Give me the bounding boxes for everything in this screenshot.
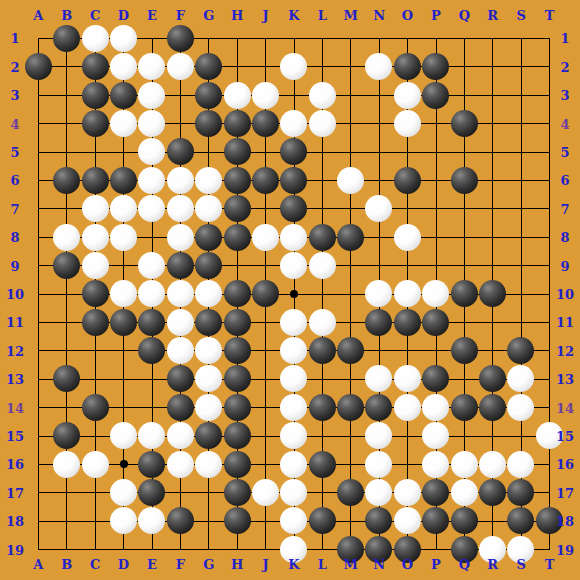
intersection[interactable] bbox=[308, 280, 336, 308]
intersection[interactable] bbox=[52, 393, 80, 421]
intersection[interactable] bbox=[166, 109, 194, 137]
intersection[interactable] bbox=[24, 81, 52, 109]
intersection[interactable] bbox=[365, 194, 393, 222]
intersection[interactable] bbox=[507, 52, 535, 80]
intersection[interactable] bbox=[336, 223, 364, 251]
intersection[interactable] bbox=[194, 280, 222, 308]
intersection[interactable] bbox=[24, 109, 52, 137]
intersection[interactable] bbox=[223, 365, 251, 393]
intersection[interactable] bbox=[138, 422, 166, 450]
intersection[interactable] bbox=[308, 308, 336, 336]
intersection[interactable] bbox=[138, 336, 166, 364]
intersection[interactable] bbox=[422, 422, 450, 450]
intersection[interactable] bbox=[450, 109, 478, 137]
intersection[interactable] bbox=[194, 422, 222, 450]
intersection[interactable] bbox=[194, 24, 222, 52]
intersection[interactable] bbox=[422, 336, 450, 364]
intersection[interactable] bbox=[223, 81, 251, 109]
intersection[interactable] bbox=[422, 280, 450, 308]
intersection[interactable] bbox=[138, 450, 166, 478]
intersection[interactable] bbox=[308, 138, 336, 166]
intersection[interactable] bbox=[166, 251, 194, 279]
intersection[interactable] bbox=[308, 251, 336, 279]
intersection[interactable] bbox=[24, 166, 52, 194]
intersection[interactable] bbox=[138, 223, 166, 251]
intersection[interactable] bbox=[422, 24, 450, 52]
intersection[interactable] bbox=[223, 166, 251, 194]
intersection[interactable] bbox=[223, 109, 251, 137]
intersection[interactable] bbox=[308, 223, 336, 251]
intersection[interactable] bbox=[24, 24, 52, 52]
intersection[interactable] bbox=[223, 507, 251, 535]
intersection[interactable] bbox=[393, 422, 421, 450]
intersection[interactable] bbox=[450, 280, 478, 308]
intersection[interactable] bbox=[251, 336, 279, 364]
intersection[interactable] bbox=[365, 422, 393, 450]
intersection[interactable] bbox=[507, 223, 535, 251]
intersection[interactable] bbox=[422, 450, 450, 478]
intersection[interactable] bbox=[422, 166, 450, 194]
intersection[interactable] bbox=[478, 450, 506, 478]
intersection[interactable] bbox=[422, 52, 450, 80]
intersection[interactable] bbox=[223, 223, 251, 251]
intersection[interactable] bbox=[365, 308, 393, 336]
intersection[interactable] bbox=[393, 81, 421, 109]
intersection[interactable] bbox=[280, 336, 308, 364]
intersection[interactable] bbox=[336, 365, 364, 393]
intersection[interactable] bbox=[393, 308, 421, 336]
intersection[interactable] bbox=[251, 280, 279, 308]
intersection[interactable] bbox=[336, 280, 364, 308]
intersection[interactable] bbox=[280, 251, 308, 279]
intersection[interactable] bbox=[507, 166, 535, 194]
intersection[interactable] bbox=[450, 166, 478, 194]
intersection[interactable] bbox=[138, 24, 166, 52]
intersection[interactable] bbox=[223, 450, 251, 478]
intersection[interactable] bbox=[24, 280, 52, 308]
intersection[interactable] bbox=[478, 81, 506, 109]
intersection[interactable] bbox=[308, 336, 336, 364]
intersection[interactable] bbox=[251, 450, 279, 478]
intersection[interactable] bbox=[535, 166, 563, 194]
intersection[interactable] bbox=[280, 478, 308, 506]
intersection[interactable] bbox=[336, 507, 364, 535]
intersection[interactable] bbox=[251, 478, 279, 506]
intersection[interactable] bbox=[450, 194, 478, 222]
intersection[interactable] bbox=[251, 393, 279, 421]
intersection[interactable] bbox=[194, 223, 222, 251]
intersection[interactable] bbox=[422, 507, 450, 535]
intersection[interactable] bbox=[109, 478, 137, 506]
intersection[interactable] bbox=[478, 52, 506, 80]
intersection[interactable] bbox=[336, 109, 364, 137]
intersection[interactable] bbox=[336, 478, 364, 506]
intersection[interactable] bbox=[308, 166, 336, 194]
intersection[interactable] bbox=[308, 507, 336, 535]
intersection[interactable] bbox=[422, 223, 450, 251]
intersection[interactable] bbox=[450, 450, 478, 478]
intersection[interactable] bbox=[194, 478, 222, 506]
intersection[interactable] bbox=[81, 393, 109, 421]
intersection[interactable] bbox=[166, 194, 194, 222]
intersection[interactable] bbox=[223, 138, 251, 166]
intersection[interactable] bbox=[166, 166, 194, 194]
intersection[interactable] bbox=[365, 478, 393, 506]
intersection[interactable] bbox=[52, 308, 80, 336]
intersection[interactable] bbox=[336, 138, 364, 166]
intersection[interactable] bbox=[365, 109, 393, 137]
intersection[interactable] bbox=[507, 109, 535, 137]
intersection[interactable] bbox=[109, 422, 137, 450]
intersection[interactable] bbox=[365, 223, 393, 251]
intersection[interactable] bbox=[24, 336, 52, 364]
intersection[interactable] bbox=[251, 422, 279, 450]
intersection[interactable] bbox=[280, 109, 308, 137]
intersection[interactable] bbox=[365, 450, 393, 478]
intersection[interactable] bbox=[251, 365, 279, 393]
intersection[interactable] bbox=[223, 308, 251, 336]
intersection[interactable] bbox=[450, 308, 478, 336]
intersection[interactable] bbox=[308, 478, 336, 506]
intersection[interactable] bbox=[308, 81, 336, 109]
intersection[interactable] bbox=[81, 109, 109, 137]
intersection[interactable] bbox=[52, 223, 80, 251]
intersection[interactable] bbox=[535, 109, 563, 137]
intersection[interactable] bbox=[280, 166, 308, 194]
intersection[interactable] bbox=[365, 251, 393, 279]
intersection[interactable] bbox=[194, 393, 222, 421]
intersection[interactable] bbox=[223, 336, 251, 364]
intersection[interactable] bbox=[280, 365, 308, 393]
intersection[interactable] bbox=[365, 507, 393, 535]
intersection[interactable] bbox=[251, 507, 279, 535]
intersection[interactable] bbox=[52, 166, 80, 194]
intersection[interactable] bbox=[138, 81, 166, 109]
intersection[interactable] bbox=[280, 81, 308, 109]
intersection[interactable] bbox=[251, 81, 279, 109]
intersection[interactable] bbox=[52, 52, 80, 80]
intersection[interactable] bbox=[81, 81, 109, 109]
intersection[interactable] bbox=[450, 24, 478, 52]
intersection[interactable] bbox=[166, 138, 194, 166]
intersection[interactable] bbox=[251, 109, 279, 137]
intersection[interactable] bbox=[194, 109, 222, 137]
intersection[interactable] bbox=[166, 280, 194, 308]
intersection[interactable] bbox=[223, 194, 251, 222]
intersection[interactable] bbox=[52, 81, 80, 109]
intersection[interactable] bbox=[280, 52, 308, 80]
intersection[interactable] bbox=[166, 507, 194, 535]
intersection[interactable] bbox=[24, 308, 52, 336]
intersection[interactable] bbox=[507, 478, 535, 506]
intersection[interactable] bbox=[251, 24, 279, 52]
intersection[interactable] bbox=[422, 109, 450, 137]
intersection[interactable] bbox=[478, 223, 506, 251]
intersection[interactable] bbox=[507, 280, 535, 308]
intersection[interactable] bbox=[535, 52, 563, 80]
intersection[interactable] bbox=[81, 450, 109, 478]
intersection[interactable] bbox=[365, 138, 393, 166]
intersection[interactable] bbox=[194, 251, 222, 279]
intersection[interactable] bbox=[138, 166, 166, 194]
intersection[interactable] bbox=[365, 24, 393, 52]
intersection[interactable] bbox=[81, 336, 109, 364]
intersection[interactable] bbox=[507, 507, 535, 535]
intersection[interactable] bbox=[478, 166, 506, 194]
intersection[interactable] bbox=[166, 450, 194, 478]
intersection[interactable] bbox=[166, 308, 194, 336]
intersection[interactable] bbox=[109, 308, 137, 336]
intersection[interactable] bbox=[52, 24, 80, 52]
intersection[interactable] bbox=[24, 138, 52, 166]
intersection[interactable] bbox=[52, 336, 80, 364]
intersection[interactable] bbox=[365, 81, 393, 109]
intersection[interactable] bbox=[138, 478, 166, 506]
intersection[interactable] bbox=[507, 336, 535, 364]
intersection[interactable] bbox=[166, 393, 194, 421]
intersection[interactable] bbox=[138, 280, 166, 308]
intersection[interactable] bbox=[52, 138, 80, 166]
intersection[interactable] bbox=[223, 280, 251, 308]
intersection[interactable] bbox=[280, 280, 308, 308]
intersection[interactable] bbox=[280, 422, 308, 450]
intersection[interactable] bbox=[308, 365, 336, 393]
intersection[interactable] bbox=[336, 81, 364, 109]
intersection[interactable] bbox=[336, 422, 364, 450]
intersection[interactable] bbox=[138, 365, 166, 393]
intersection[interactable] bbox=[81, 280, 109, 308]
intersection[interactable] bbox=[52, 478, 80, 506]
intersection[interactable] bbox=[393, 365, 421, 393]
intersection[interactable] bbox=[393, 478, 421, 506]
intersection[interactable] bbox=[507, 365, 535, 393]
intersection[interactable] bbox=[422, 251, 450, 279]
intersection[interactable] bbox=[138, 507, 166, 535]
intersection[interactable] bbox=[535, 81, 563, 109]
intersection[interactable] bbox=[223, 251, 251, 279]
intersection[interactable] bbox=[81, 308, 109, 336]
intersection[interactable] bbox=[422, 81, 450, 109]
intersection[interactable] bbox=[393, 52, 421, 80]
intersection[interactable] bbox=[223, 422, 251, 450]
intersection[interactable] bbox=[138, 194, 166, 222]
intersection[interactable] bbox=[450, 251, 478, 279]
intersection[interactable] bbox=[138, 138, 166, 166]
intersection[interactable] bbox=[109, 138, 137, 166]
intersection[interactable] bbox=[450, 478, 478, 506]
intersection[interactable] bbox=[450, 393, 478, 421]
intersection[interactable] bbox=[52, 507, 80, 535]
intersection[interactable] bbox=[393, 251, 421, 279]
intersection[interactable] bbox=[478, 138, 506, 166]
intersection[interactable] bbox=[251, 251, 279, 279]
intersection[interactable] bbox=[109, 24, 137, 52]
intersection[interactable] bbox=[478, 280, 506, 308]
intersection[interactable] bbox=[52, 194, 80, 222]
intersection[interactable] bbox=[24, 52, 52, 80]
intersection[interactable] bbox=[81, 507, 109, 535]
intersection[interactable] bbox=[166, 365, 194, 393]
intersection[interactable] bbox=[109, 223, 137, 251]
intersection[interactable] bbox=[478, 336, 506, 364]
intersection[interactable] bbox=[194, 507, 222, 535]
intersection[interactable] bbox=[308, 109, 336, 137]
intersection[interactable] bbox=[52, 450, 80, 478]
intersection[interactable] bbox=[109, 251, 137, 279]
intersection[interactable] bbox=[478, 422, 506, 450]
intersection[interactable] bbox=[422, 478, 450, 506]
intersection[interactable] bbox=[365, 52, 393, 80]
intersection[interactable] bbox=[478, 308, 506, 336]
intersection[interactable] bbox=[138, 393, 166, 421]
intersection[interactable] bbox=[422, 138, 450, 166]
intersection[interactable] bbox=[109, 81, 137, 109]
intersection[interactable] bbox=[109, 336, 137, 364]
intersection[interactable] bbox=[81, 422, 109, 450]
intersection[interactable] bbox=[308, 52, 336, 80]
intersection[interactable] bbox=[450, 422, 478, 450]
intersection[interactable] bbox=[194, 365, 222, 393]
intersection[interactable] bbox=[507, 422, 535, 450]
intersection[interactable] bbox=[138, 308, 166, 336]
intersection[interactable] bbox=[280, 223, 308, 251]
intersection[interactable] bbox=[81, 251, 109, 279]
intersection[interactable] bbox=[24, 393, 52, 421]
intersection[interactable] bbox=[393, 138, 421, 166]
intersection[interactable] bbox=[535, 194, 563, 222]
intersection[interactable] bbox=[507, 194, 535, 222]
intersection[interactable] bbox=[478, 365, 506, 393]
intersection[interactable] bbox=[450, 52, 478, 80]
intersection[interactable] bbox=[535, 223, 563, 251]
intersection[interactable] bbox=[81, 166, 109, 194]
intersection[interactable] bbox=[507, 251, 535, 279]
intersection[interactable] bbox=[535, 24, 563, 52]
intersection[interactable] bbox=[336, 194, 364, 222]
intersection[interactable] bbox=[280, 308, 308, 336]
intersection[interactable] bbox=[280, 450, 308, 478]
intersection[interactable] bbox=[223, 393, 251, 421]
intersection[interactable] bbox=[109, 166, 137, 194]
intersection[interactable] bbox=[24, 223, 52, 251]
intersection[interactable] bbox=[109, 365, 137, 393]
intersection[interactable] bbox=[393, 24, 421, 52]
intersection[interactable] bbox=[251, 138, 279, 166]
intersection[interactable] bbox=[365, 365, 393, 393]
intersection[interactable] bbox=[478, 109, 506, 137]
intersection[interactable] bbox=[24, 450, 52, 478]
intersection[interactable] bbox=[24, 365, 52, 393]
intersection[interactable] bbox=[251, 166, 279, 194]
intersection[interactable] bbox=[109, 450, 137, 478]
intersection[interactable] bbox=[308, 24, 336, 52]
intersection[interactable] bbox=[393, 393, 421, 421]
intersection[interactable] bbox=[336, 393, 364, 421]
intersection[interactable] bbox=[336, 336, 364, 364]
intersection[interactable] bbox=[138, 251, 166, 279]
intersection[interactable] bbox=[450, 365, 478, 393]
intersection[interactable] bbox=[393, 280, 421, 308]
intersection[interactable] bbox=[109, 507, 137, 535]
intersection[interactable] bbox=[138, 52, 166, 80]
intersection[interactable] bbox=[308, 393, 336, 421]
intersection[interactable] bbox=[507, 308, 535, 336]
intersection[interactable] bbox=[450, 223, 478, 251]
intersection[interactable] bbox=[223, 24, 251, 52]
intersection[interactable] bbox=[81, 138, 109, 166]
intersection[interactable] bbox=[24, 422, 52, 450]
intersection[interactable] bbox=[166, 24, 194, 52]
intersection[interactable] bbox=[194, 308, 222, 336]
intersection[interactable] bbox=[166, 336, 194, 364]
intersection[interactable] bbox=[450, 81, 478, 109]
intersection[interactable] bbox=[308, 194, 336, 222]
intersection[interactable] bbox=[393, 166, 421, 194]
intersection[interactable] bbox=[450, 336, 478, 364]
intersection[interactable] bbox=[422, 393, 450, 421]
intersection[interactable] bbox=[478, 24, 506, 52]
intersection[interactable] bbox=[166, 223, 194, 251]
intersection[interactable] bbox=[251, 194, 279, 222]
intersection[interactable] bbox=[52, 280, 80, 308]
intersection[interactable] bbox=[194, 194, 222, 222]
intersection[interactable] bbox=[365, 336, 393, 364]
intersection[interactable] bbox=[450, 138, 478, 166]
intersection[interactable] bbox=[535, 251, 563, 279]
intersection[interactable] bbox=[450, 507, 478, 535]
intersection[interactable] bbox=[194, 138, 222, 166]
intersection[interactable] bbox=[336, 166, 364, 194]
intersection[interactable] bbox=[336, 24, 364, 52]
intersection[interactable] bbox=[52, 251, 80, 279]
intersection[interactable] bbox=[478, 507, 506, 535]
intersection[interactable] bbox=[422, 194, 450, 222]
intersection[interactable] bbox=[365, 280, 393, 308]
intersection[interactable] bbox=[138, 109, 166, 137]
intersection[interactable] bbox=[280, 507, 308, 535]
intersection[interactable] bbox=[308, 450, 336, 478]
intersection[interactable] bbox=[24, 251, 52, 279]
intersection[interactable] bbox=[109, 280, 137, 308]
intersection[interactable] bbox=[166, 81, 194, 109]
intersection[interactable] bbox=[194, 81, 222, 109]
intersection[interactable] bbox=[52, 422, 80, 450]
intersection[interactable] bbox=[109, 109, 137, 137]
intersection[interactable] bbox=[280, 393, 308, 421]
intersection[interactable] bbox=[223, 52, 251, 80]
intersection[interactable] bbox=[223, 478, 251, 506]
intersection[interactable] bbox=[251, 308, 279, 336]
intersection[interactable] bbox=[507, 24, 535, 52]
intersection[interactable] bbox=[280, 194, 308, 222]
intersection[interactable] bbox=[194, 336, 222, 364]
intersection[interactable] bbox=[336, 308, 364, 336]
intersection[interactable] bbox=[24, 507, 52, 535]
intersection[interactable] bbox=[166, 478, 194, 506]
intersection[interactable] bbox=[336, 251, 364, 279]
intersection[interactable] bbox=[507, 450, 535, 478]
intersection[interactable] bbox=[194, 166, 222, 194]
intersection[interactable] bbox=[478, 251, 506, 279]
intersection[interactable] bbox=[393, 223, 421, 251]
intersection[interactable] bbox=[194, 450, 222, 478]
intersection[interactable] bbox=[365, 166, 393, 194]
intersection[interactable] bbox=[478, 478, 506, 506]
intersection[interactable] bbox=[393, 109, 421, 137]
intersection[interactable] bbox=[535, 138, 563, 166]
intersection[interactable] bbox=[251, 52, 279, 80]
intersection[interactable] bbox=[393, 194, 421, 222]
